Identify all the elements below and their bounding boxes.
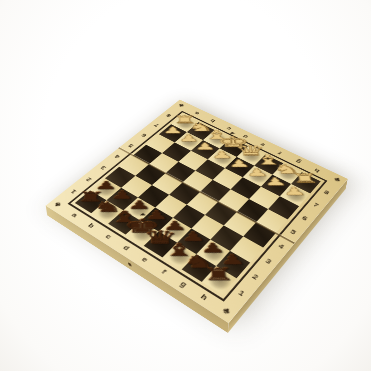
corner-ornament-icon: ♣ [220,306,232,317]
square-f1[interactable] [162,243,196,270]
file-label-a-near: a [70,212,79,219]
rank-label-7-right: 7 [312,202,320,209]
file-label-d-near: d [121,244,131,252]
square-g2[interactable] [196,240,230,267]
rank-label-2-right: 2 [250,273,259,281]
square-f4[interactable] [205,202,237,226]
square-f5[interactable] [218,189,249,212]
square-g4[interactable] [224,212,256,236]
hinge-latch-dot [128,262,131,267]
file-label-e-near: e [140,256,149,264]
rank-label-6-right: 6 [300,215,308,222]
file-label-f-near: f [160,268,168,275]
rank-label-5-right: 5 [289,229,297,236]
file-label-b-near: b [86,222,96,229]
rank-label-3-right: 3 [264,258,273,266]
rank-label-4-left: 4 [114,153,122,159]
photo-scene: aabbccddeeffgghh1122334455667788♣♣♣♣ ♜♞♝… [0,0,371,371]
rank-label-5-left: 5 [127,143,135,149]
rank-label-1-right: 1 [236,289,245,298]
corner-ornament-icon: ♣ [52,201,63,209]
corner-ornament-icon: ♣ [332,176,341,183]
rank-label-4-right: 4 [277,243,286,251]
rank-label-6-left: 6 [140,132,148,137]
chess-board: aabbccddeeffgghh1122334455667788♣♣♣♣ ♜♞♝… [46,100,348,323]
file-label-h-near: h [199,293,209,302]
file-label-c-near: c [104,233,113,240]
file-label-g-near: g [178,280,188,289]
rank-label-8-right: 8 [322,189,330,195]
